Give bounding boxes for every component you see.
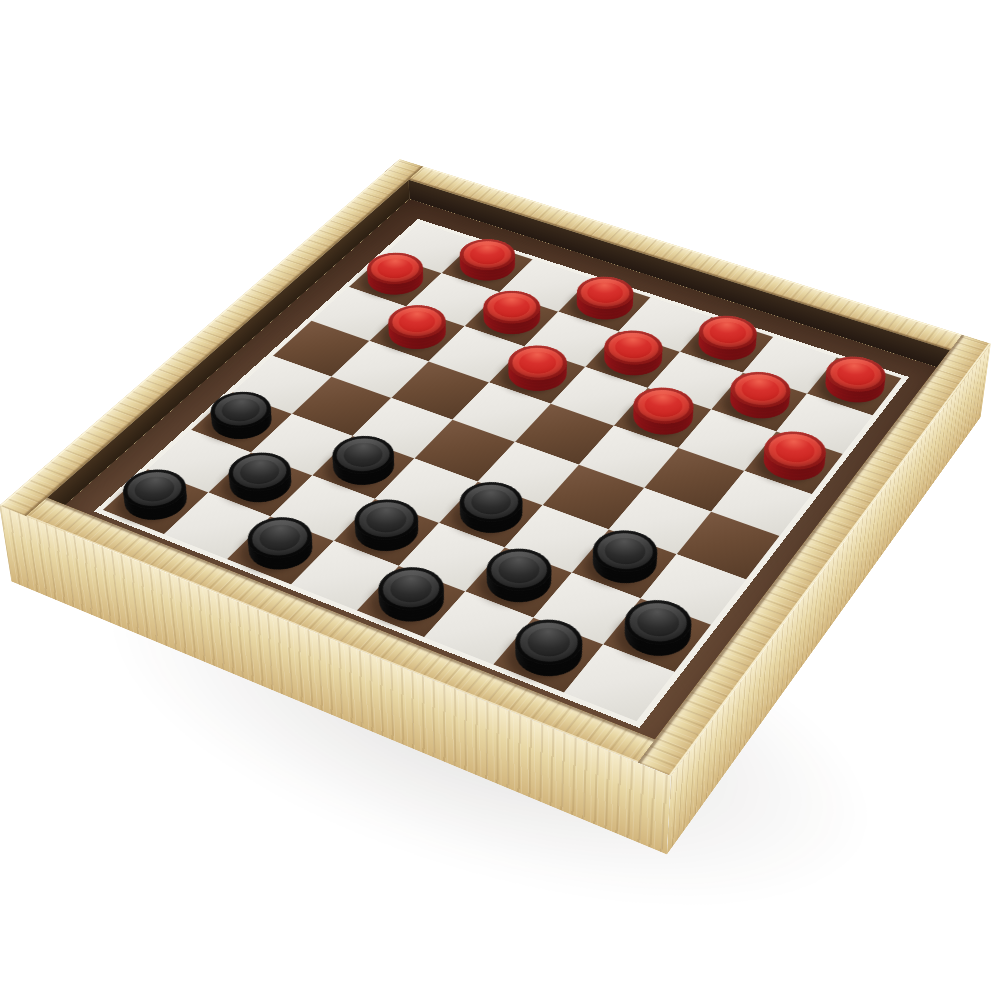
product-photo-scene: checkers ⛀⛀⛀⛀⛀⛀⛀⛀⛀⛀⛀⛀⛂⛂⛂⛂⛂⛂⛂⛂⛂⛂⛂⛂ [0,0,1000,1000]
caption: checkers [0,0,1,1]
